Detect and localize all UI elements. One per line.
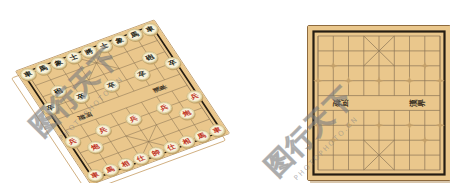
xiangqi-board-topdown[interactable]: 楚河 漢界 <box>307 25 450 181</box>
xiangqi-board-perspective[interactable]: 楚河 漢界 車馬象士將士象馬車砲砲卒卒卒卒卒兵兵兵兵兵炮炮車馬相仕帥仕相馬車 <box>15 20 230 183</box>
illustration-canvas: 楚河 漢界 車馬象士將士象馬車砲砲卒卒卒卒卒兵兵兵兵兵炮炮車馬相仕帥仕相馬車 楚… <box>0 0 450 183</box>
xiangqi-board-perspective-view: 楚河 漢界 車馬象士將士象馬車砲砲卒卒卒卒卒兵兵兵兵兵炮炮車馬相仕帥仕相馬車 <box>0 0 225 183</box>
river-label-right: 漢界 <box>410 99 426 107</box>
board-grid-svg <box>308 26 450 180</box>
river-label-left: 楚河 <box>332 99 348 107</box>
